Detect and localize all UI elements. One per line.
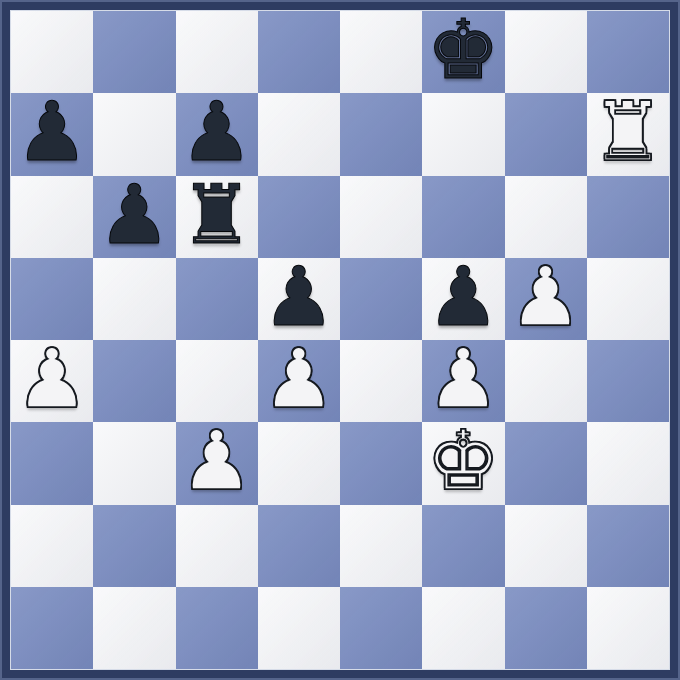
piece-white-pawn[interactable]: ♟ (15, 338, 89, 420)
piece-black-pawn[interactable]: ♟ (262, 256, 336, 338)
square-c7[interactable]: ♟ (176, 93, 258, 175)
piece-black-pawn[interactable]: ♟ (98, 174, 172, 256)
square-f7[interactable] (422, 93, 504, 175)
square-h8[interactable] (587, 11, 669, 93)
square-d6[interactable] (258, 176, 340, 258)
square-f2[interactable] (422, 505, 504, 587)
square-f4[interactable]: ♟ (422, 340, 504, 422)
square-c6[interactable]: ♜ (176, 176, 258, 258)
square-e6[interactable] (340, 176, 422, 258)
square-b5[interactable] (93, 258, 175, 340)
square-g8[interactable] (505, 11, 587, 93)
square-a3[interactable] (11, 422, 93, 504)
square-a2[interactable] (11, 505, 93, 587)
square-b4[interactable] (93, 340, 175, 422)
square-b3[interactable] (93, 422, 175, 504)
square-e2[interactable] (340, 505, 422, 587)
piece-black-king[interactable]: ♚ (427, 9, 501, 91)
square-g3[interactable] (505, 422, 587, 504)
square-e1[interactable] (340, 587, 422, 669)
square-a4[interactable]: ♟ (11, 340, 93, 422)
square-c3[interactable]: ♟ (176, 422, 258, 504)
square-g1[interactable] (505, 587, 587, 669)
piece-white-pawn[interactable]: ♟ (262, 338, 336, 420)
piece-black-rook[interactable]: ♜ (180, 174, 254, 256)
square-f6[interactable] (422, 176, 504, 258)
square-c2[interactable] (176, 505, 258, 587)
piece-white-pawn[interactable]: ♟ (509, 256, 583, 338)
square-d5[interactable]: ♟ (258, 258, 340, 340)
piece-black-pawn[interactable]: ♟ (15, 91, 89, 173)
square-h3[interactable] (587, 422, 669, 504)
piece-white-pawn[interactable]: ♟ (180, 420, 254, 502)
square-d7[interactable] (258, 93, 340, 175)
square-h7[interactable]: ♜ (587, 93, 669, 175)
chess-board: ♚♟♟♜♟♜♟♟♟♟♟♟♟♚ (10, 10, 670, 670)
square-d1[interactable] (258, 587, 340, 669)
square-d2[interactable] (258, 505, 340, 587)
chess-board-frame: ♚♟♟♜♟♜♟♟♟♟♟♟♟♚ (0, 0, 680, 680)
piece-black-pawn[interactable]: ♟ (180, 91, 254, 173)
piece-black-pawn[interactable]: ♟ (427, 256, 501, 338)
square-g2[interactable] (505, 505, 587, 587)
square-h6[interactable] (587, 176, 669, 258)
square-a5[interactable] (11, 258, 93, 340)
square-f1[interactable] (422, 587, 504, 669)
square-c5[interactable] (176, 258, 258, 340)
square-e8[interactable] (340, 11, 422, 93)
piece-white-pawn[interactable]: ♟ (427, 338, 501, 420)
square-e7[interactable] (340, 93, 422, 175)
square-h5[interactable] (587, 258, 669, 340)
square-e5[interactable] (340, 258, 422, 340)
square-b6[interactable]: ♟ (93, 176, 175, 258)
square-b8[interactable] (93, 11, 175, 93)
square-f8[interactable]: ♚ (422, 11, 504, 93)
square-a1[interactable] (11, 587, 93, 669)
square-d8[interactable] (258, 11, 340, 93)
square-b2[interactable] (93, 505, 175, 587)
square-b7[interactable] (93, 93, 175, 175)
square-g6[interactable] (505, 176, 587, 258)
square-g7[interactable] (505, 93, 587, 175)
square-f5[interactable]: ♟ (422, 258, 504, 340)
piece-white-rook[interactable]: ♜ (591, 91, 665, 173)
square-c8[interactable] (176, 11, 258, 93)
piece-white-king[interactable]: ♚ (427, 420, 501, 502)
square-h4[interactable] (587, 340, 669, 422)
square-h1[interactable] (587, 587, 669, 669)
square-h2[interactable] (587, 505, 669, 587)
square-d3[interactable] (258, 422, 340, 504)
square-g4[interactable] (505, 340, 587, 422)
square-g5[interactable]: ♟ (505, 258, 587, 340)
square-e4[interactable] (340, 340, 422, 422)
square-d4[interactable]: ♟ (258, 340, 340, 422)
square-f3[interactable]: ♚ (422, 422, 504, 504)
square-b1[interactable] (93, 587, 175, 669)
square-a7[interactable]: ♟ (11, 93, 93, 175)
square-c1[interactable] (176, 587, 258, 669)
square-e3[interactable] (340, 422, 422, 504)
square-a8[interactable] (11, 11, 93, 93)
square-a6[interactable] (11, 176, 93, 258)
square-c4[interactable] (176, 340, 258, 422)
